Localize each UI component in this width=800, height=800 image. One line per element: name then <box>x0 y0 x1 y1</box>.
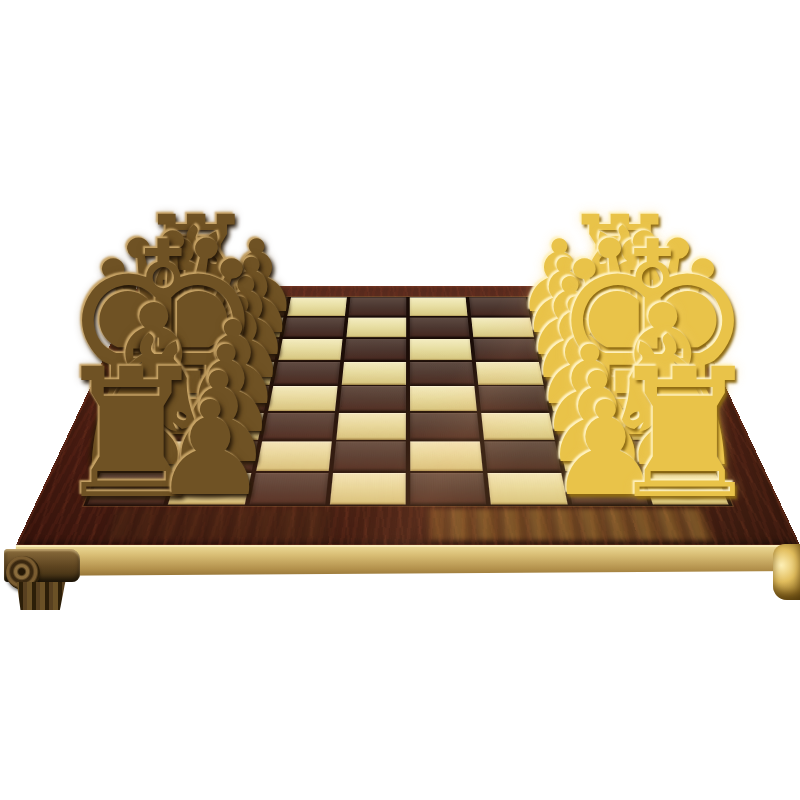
square-a3 <box>469 297 529 316</box>
square-b3 <box>471 317 533 337</box>
square-a2 <box>529 297 591 316</box>
bronze-pieces-reflection <box>104 509 332 540</box>
square-b5 <box>346 317 406 337</box>
square-b7 <box>219 317 283 337</box>
square-h3 <box>488 473 567 505</box>
product-photo: ♜♟♟♜♞♟♟♞♝♟♟♝♛♟♟♛♚♟♟♚♝♟♟♝♞♟♟♞♜♟♟♜ <box>0 0 800 800</box>
gold-pieces-reflection <box>431 509 712 540</box>
square-e8 <box>125 386 200 411</box>
square-c1 <box>601 339 670 360</box>
square-h2 <box>565 473 648 505</box>
square-c7 <box>212 339 279 360</box>
square-c4 <box>410 339 472 360</box>
square-g2 <box>559 441 638 470</box>
square-h4 <box>410 473 486 505</box>
square-d8 <box>136 362 208 385</box>
square-a6 <box>287 297 347 316</box>
corner-foot-back-left <box>116 280 136 293</box>
square-d2 <box>542 362 611 385</box>
square-b2 <box>533 317 597 337</box>
square-g8 <box>101 441 183 470</box>
square-e7 <box>196 386 268 411</box>
square-c5 <box>344 339 406 360</box>
square-h6 <box>249 473 328 505</box>
square-c2 <box>537 339 604 360</box>
square-d4 <box>410 362 475 385</box>
square-a5 <box>348 297 406 316</box>
square-d3 <box>476 362 543 385</box>
square-a7 <box>225 297 287 316</box>
playing-area <box>83 297 732 506</box>
square-b1 <box>595 317 661 337</box>
square-e4 <box>410 386 477 411</box>
square-g1 <box>633 441 715 470</box>
square-h5 <box>330 473 406 505</box>
chess-board <box>16 286 800 545</box>
square-g3 <box>484 441 560 470</box>
square-c6 <box>278 339 342 360</box>
square-e2 <box>547 386 619 411</box>
square-h8 <box>87 473 173 505</box>
square-e6 <box>268 386 338 411</box>
square-e1 <box>616 386 691 411</box>
square-g6 <box>256 441 332 470</box>
foot-fluted-base <box>14 582 68 610</box>
square-d6 <box>273 362 340 385</box>
brass-edge <box>14 545 800 579</box>
square-h7 <box>168 473 251 505</box>
square-a4 <box>410 297 468 316</box>
square-f3 <box>481 413 554 440</box>
square-b8 <box>155 317 221 337</box>
corner-foot-front-right <box>773 544 800 600</box>
square-f1 <box>624 413 702 440</box>
square-e3 <box>479 386 549 411</box>
square-f8 <box>114 413 192 440</box>
square-b4 <box>410 317 470 337</box>
square-d1 <box>608 362 680 385</box>
square-g7 <box>178 441 257 470</box>
square-c8 <box>146 339 215 360</box>
square-a8 <box>164 297 228 316</box>
board-frame <box>16 286 800 545</box>
square-f5 <box>336 413 406 440</box>
square-f2 <box>553 413 628 440</box>
square-d5 <box>341 362 406 385</box>
corner-foot-front-left <box>4 549 80 611</box>
square-f4 <box>410 413 480 440</box>
square-d7 <box>204 362 273 385</box>
square-h1 <box>643 473 729 505</box>
square-a1 <box>589 297 653 316</box>
square-b6 <box>282 317 344 337</box>
square-f6 <box>262 413 335 440</box>
square-e5 <box>339 386 406 411</box>
square-g5 <box>333 441 406 470</box>
square-c3 <box>474 339 538 360</box>
square-g4 <box>410 441 483 470</box>
square-f7 <box>188 413 263 440</box>
